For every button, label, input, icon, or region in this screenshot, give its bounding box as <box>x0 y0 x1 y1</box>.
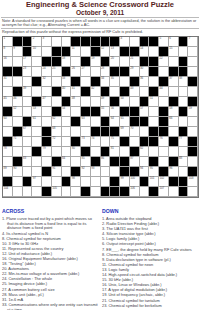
grid-cell[interactable] <box>13 57 23 67</box>
grid-cell[interactable]: 43 <box>130 87 140 97</box>
grid-cell[interactable]: 23 <box>23 67 33 77</box>
grid-cell[interactable] <box>130 97 140 107</box>
cell-number: 77 <box>179 137 182 140</box>
grid-cell[interactable]: 72 <box>52 137 62 147</box>
black-cell <box>71 117 81 127</box>
grid-cell[interactable] <box>42 177 52 187</box>
grid-cell[interactable] <box>169 187 179 197</box>
grid-cell[interactable]: 19 <box>91 57 101 67</box>
black-cell <box>149 67 159 77</box>
grid-cell[interactable]: 55 <box>101 107 111 117</box>
grid-cell[interactable] <box>169 87 179 97</box>
black-cell <box>130 107 140 117</box>
grid-cell[interactable] <box>71 157 81 167</box>
grid-cell[interactable]: 64 <box>110 117 120 127</box>
grid-cell[interactable]: 34 <box>101 77 111 87</box>
black-cell <box>149 57 159 67</box>
cell-number: 39 <box>23 87 26 90</box>
black-cell <box>42 127 52 137</box>
grid-cell[interactable]: 94 <box>140 167 150 177</box>
cell-number: 96 <box>169 167 172 170</box>
cell-number: 65 <box>121 117 124 120</box>
grid-cell[interactable]: 20 <box>110 57 120 67</box>
cell-number: 63 <box>82 117 85 120</box>
cell-number: 11 <box>72 47 75 50</box>
cell-number: 33 <box>62 77 65 80</box>
grid-cell[interactable] <box>42 107 52 117</box>
grid-cell[interactable]: 106 <box>130 187 140 197</box>
grid-cell[interactable]: 82 <box>140 147 150 157</box>
grid-cell[interactable] <box>32 127 42 137</box>
page-title: Engineering & Science Crossword Puzzle <box>0 1 200 9</box>
grid-cell[interactable] <box>23 137 33 147</box>
grid-cell[interactable] <box>71 187 81 197</box>
grid-cell[interactable] <box>188 157 198 167</box>
grid-cell[interactable] <box>32 157 42 167</box>
grid-cell[interactable] <box>81 97 91 107</box>
cell-number: 41 <box>72 87 75 90</box>
grid-cell[interactable]: 105 <box>52 187 62 197</box>
grid-cell[interactable]: 42 <box>91 87 101 97</box>
cell-number: 104 <box>4 187 8 190</box>
black-cell <box>32 147 42 157</box>
cell-number: 81 <box>111 147 114 150</box>
black-cell <box>42 167 52 177</box>
grid-cell[interactable]: 93 <box>91 167 101 177</box>
grid-cell[interactable] <box>179 97 189 107</box>
grid-cell[interactable] <box>91 117 101 127</box>
grid-cell[interactable] <box>120 57 130 67</box>
cell-number: 94 <box>140 167 143 170</box>
cell-number: 93 <box>91 167 94 170</box>
black-cell <box>110 187 120 197</box>
cell-number: 45 <box>4 97 7 100</box>
grid-cell[interactable]: 48 <box>71 97 81 107</box>
cell-number: 54 <box>62 107 65 110</box>
cell-number: 2 <box>33 37 34 40</box>
grid-cell[interactable]: 11 <box>71 47 81 57</box>
grid-cell[interactable] <box>130 37 140 47</box>
grid-cell[interactable]: 36 <box>140 77 150 87</box>
grid-cell[interactable] <box>91 187 101 197</box>
grid-cell[interactable]: 45 <box>3 97 13 107</box>
grid-cell[interactable]: 14 <box>140 47 150 57</box>
grid-cell[interactable] <box>179 167 189 177</box>
grid-cell[interactable] <box>188 127 198 137</box>
grid-cell[interactable] <box>188 87 198 97</box>
cell-number: 3 <box>43 37 44 40</box>
cell-number: 4 <box>121 37 122 40</box>
grid-cell[interactable]: 91 <box>52 167 62 177</box>
grid-cell[interactable] <box>62 167 72 177</box>
grid-cell[interactable] <box>101 137 111 147</box>
grid-cell[interactable] <box>91 147 101 157</box>
grid-cell[interactable] <box>62 117 72 127</box>
down-clue: 23. Chemical symbol for berkelium <box>102 304 198 309</box>
cell-number: 5 <box>160 37 161 40</box>
grid-cell[interactable] <box>13 117 23 127</box>
cell-number: 9 <box>13 47 14 50</box>
cell-number: 61 <box>33 117 36 120</box>
black-cell <box>52 47 62 57</box>
black-cell <box>13 67 23 77</box>
grid-cell[interactable] <box>13 187 23 197</box>
grid-cell[interactable]: 18 <box>62 57 72 67</box>
grid-cell[interactable]: 38 <box>179 77 189 87</box>
grid-cell[interactable]: 52 <box>13 107 23 117</box>
grid-cell[interactable]: 32 <box>42 77 52 87</box>
cell-number: 68 <box>52 127 55 130</box>
grid-cell[interactable] <box>3 127 13 137</box>
cell-number: 26 <box>72 67 75 70</box>
grid-cell[interactable]: 47 <box>42 97 52 107</box>
black-cell <box>101 117 111 127</box>
cell-number: 23 <box>23 67 26 70</box>
black-cell <box>149 187 159 197</box>
black-cell <box>179 187 189 197</box>
grid-cell[interactable]: 3 <box>42 37 52 47</box>
black-cell <box>101 127 111 137</box>
grid-cell[interactable]: 103 <box>188 177 198 187</box>
grid-cell[interactable]: 59 <box>188 107 198 117</box>
grid-cell[interactable]: 27 <box>81 67 91 77</box>
down-clue-list: 1. Area outside the stopband2. Radio Dir… <box>102 217 198 309</box>
crossword-grid: 1234567891011121314151617181920212223242… <box>2 36 199 198</box>
black-cell <box>62 177 72 187</box>
cell-number: 37 <box>169 77 172 80</box>
grid-cell[interactable] <box>32 67 42 77</box>
grid-cell[interactable]: 44 <box>159 87 169 97</box>
cell-number: 24 <box>43 67 46 70</box>
black-cell <box>188 77 198 87</box>
grid-cell[interactable] <box>62 137 72 147</box>
cell-number: 79 <box>43 147 46 150</box>
cell-number: 49 <box>101 97 104 100</box>
grid-cell[interactable] <box>91 67 101 77</box>
grid-cell[interactable]: 88 <box>179 157 189 167</box>
grid-cell[interactable] <box>62 37 72 47</box>
grid-cell[interactable]: 76 <box>159 137 169 147</box>
cell-number: 31 <box>4 77 7 80</box>
grid-cell[interactable] <box>42 157 52 167</box>
cell-number: 75 <box>111 137 114 140</box>
grid-cell[interactable] <box>188 67 198 77</box>
grid-cell[interactable]: 78 <box>3 147 13 157</box>
grid-cell[interactable] <box>149 47 159 57</box>
cell-number: 84 <box>62 157 65 160</box>
grid-cell[interactable] <box>169 57 179 67</box>
grid-cell[interactable]: 67 <box>23 127 33 137</box>
grid-cell[interactable] <box>159 97 169 107</box>
cell-number: 58 <box>169 107 172 110</box>
grid-cell[interactable]: 31 <box>3 77 13 87</box>
grid-cell[interactable]: 39 <box>23 87 33 97</box>
cell-number: 20 <box>111 57 114 60</box>
grid-cell[interactable] <box>130 137 140 147</box>
cell-number: 62 <box>52 117 55 120</box>
cell-number: 14 <box>140 47 143 50</box>
grid-cell[interactable]: 54 <box>62 107 72 117</box>
grid-cell[interactable] <box>32 57 42 67</box>
grid-cell[interactable] <box>23 167 33 177</box>
cell-number: 90 <box>13 167 16 170</box>
grid-cell[interactable] <box>32 137 42 147</box>
grid-cell[interactable]: 16 <box>3 57 13 67</box>
grid-cell[interactable] <box>81 77 91 87</box>
black-cell <box>120 187 130 197</box>
grid-cell[interactable]: 60 <box>3 117 13 127</box>
black-cell <box>140 177 150 187</box>
grid-cell[interactable] <box>62 187 72 197</box>
black-cell <box>179 37 189 47</box>
grid-cell[interactable] <box>120 147 130 157</box>
black-cell <box>169 177 179 187</box>
black-cell <box>149 137 159 147</box>
grid-cell[interactable]: 7 <box>188 37 198 47</box>
grid-cell[interactable] <box>188 117 198 127</box>
grid-cell[interactable]: 107 <box>159 187 169 197</box>
grid-cell[interactable]: 89 <box>3 167 13 177</box>
cell-number: 34 <box>101 77 104 80</box>
grid-cell[interactable] <box>188 187 198 197</box>
black-cell <box>179 57 189 67</box>
grid-cell[interactable]: 87 <box>130 157 140 167</box>
cell-number: 91 <box>52 167 55 170</box>
grid-cell[interactable]: 84 <box>62 157 72 167</box>
grid-cell[interactable] <box>140 87 150 97</box>
grid-cell[interactable]: 99 <box>120 177 130 187</box>
cell-number: 30 <box>140 67 143 70</box>
grid-cell[interactable]: 74 <box>91 137 101 147</box>
grid-cell[interactable]: 70 <box>130 127 140 137</box>
grid-cell[interactable] <box>159 157 169 167</box>
cell-number: 44 <box>160 87 163 90</box>
grid-cell[interactable]: 22 <box>159 57 169 67</box>
grid-cell[interactable]: 35 <box>110 77 120 87</box>
across-header: ACROSS <box>2 208 24 214</box>
cell-number: 64 <box>111 117 114 120</box>
cell-number: 80 <box>72 147 75 150</box>
grid-cell[interactable]: 5 <box>159 37 169 47</box>
cell-number: 106 <box>130 187 134 190</box>
cell-number: 32 <box>43 77 46 80</box>
grid-cell[interactable]: 57 <box>140 107 150 117</box>
cell-number: 1 <box>4 37 5 40</box>
grid-cell[interactable]: 77 <box>179 137 189 147</box>
across-clue: 33. Communications where only one entity… <box>2 303 98 310</box>
cell-number: 47 <box>43 97 46 100</box>
cell-number: 98 <box>72 177 75 180</box>
grid-cell[interactable]: 81 <box>110 147 120 157</box>
cell-number: 92 <box>82 167 85 170</box>
cell-number: 60 <box>4 117 7 120</box>
cell-number: 66 <box>169 117 172 120</box>
grid-cell[interactable]: 66 <box>169 117 179 127</box>
grid-cell[interactable] <box>52 147 62 157</box>
grid-cell[interactable]: 50 <box>120 97 130 107</box>
black-cell <box>120 47 130 57</box>
grid-cell[interactable]: 98 <box>71 177 81 187</box>
grid-cell[interactable] <box>52 77 62 87</box>
grid-cell[interactable] <box>179 87 189 97</box>
cell-number: 12 <box>101 47 104 50</box>
cell-number: 10 <box>33 47 36 50</box>
grid-cell[interactable]: 29 <box>130 67 140 77</box>
cell-number: 29 <box>130 67 133 70</box>
grid-cell[interactable]: 80 <box>71 147 81 157</box>
grid-cell[interactable] <box>52 37 62 47</box>
cell-number: 86 <box>101 157 104 160</box>
cell-number: 42 <box>91 87 94 90</box>
grid-cell[interactable] <box>149 117 159 127</box>
cell-number: 50 <box>121 97 124 100</box>
grid-cell[interactable]: 90 <box>13 167 23 177</box>
black-cell <box>110 157 120 167</box>
cell-number: 76 <box>160 137 163 140</box>
grid-cell[interactable] <box>71 127 81 137</box>
grid-cell[interactable] <box>149 107 159 117</box>
grid-cell[interactable] <box>52 97 62 107</box>
grid-cell[interactable]: 83 <box>23 157 33 167</box>
grid-cell[interactable]: 61 <box>32 117 42 127</box>
grid-cell[interactable]: 4 <box>120 37 130 47</box>
cell-number: 71 <box>13 137 16 140</box>
cell-number: 7 <box>189 37 190 40</box>
cell-number: 8 <box>4 47 5 50</box>
grid-cell[interactable] <box>13 77 23 87</box>
cell-number: 6 <box>169 37 170 40</box>
cell-number: 102 <box>160 177 164 180</box>
grid-cell[interactable] <box>179 117 189 127</box>
grid-cell[interactable]: 71 <box>13 137 23 147</box>
note-text: Note: A standard for crossword puzzles i… <box>2 19 198 28</box>
cell-number: 78 <box>4 147 7 150</box>
grid-cell[interactable]: 37 <box>169 77 179 87</box>
cell-number: 88 <box>179 157 182 160</box>
grid-cell[interactable] <box>188 47 198 57</box>
grid-cell[interactable]: 10 <box>32 47 42 57</box>
grid-cell[interactable]: 9 <box>13 47 23 57</box>
grid-cell[interactable]: 92 <box>81 167 91 177</box>
cell-number: 28 <box>101 67 104 70</box>
black-cell <box>42 187 52 197</box>
black-cell <box>52 87 62 97</box>
grid-cell[interactable]: 79 <box>42 147 52 157</box>
grid-cell[interactable] <box>140 187 150 197</box>
black-cell <box>91 37 101 47</box>
cell-number: 40 <box>62 87 65 90</box>
cell-number: 36 <box>140 77 143 80</box>
cell-number: 83 <box>23 157 26 160</box>
black-cell <box>188 147 198 157</box>
black-cell <box>179 177 189 187</box>
grid-cell[interactable] <box>91 177 101 187</box>
grid-cell[interactable] <box>91 97 101 107</box>
cell-number: 74 <box>91 137 94 140</box>
grid-cell[interactable] <box>62 127 72 137</box>
grid-cell[interactable] <box>23 187 33 197</box>
black-cell <box>32 77 42 87</box>
copyright-text: Reproduction of this puzzle without the … <box>2 30 198 35</box>
grid-cell[interactable] <box>159 67 169 77</box>
grid-cell[interactable] <box>159 147 169 157</box>
grid-cell[interactable]: 97 <box>32 177 42 187</box>
grid-cell[interactable] <box>13 147 23 157</box>
across-clue: 1. Plane curve traced out by a point whi… <box>2 217 98 231</box>
grid-cell[interactable] <box>110 167 120 177</box>
grid-cell[interactable]: 96 <box>169 167 179 177</box>
black-cell <box>159 117 169 127</box>
black-cell <box>81 87 91 97</box>
grid-cell[interactable]: 26 <box>71 67 81 77</box>
grid-cell[interactable] <box>23 107 33 117</box>
grid-cell[interactable]: 15 <box>169 47 179 57</box>
cell-number: 105 <box>52 187 56 190</box>
grid-cell[interactable] <box>169 127 179 137</box>
grid-cell[interactable] <box>110 87 120 97</box>
grid-cell[interactable] <box>179 47 189 57</box>
black-cell <box>140 117 150 127</box>
grid-cell[interactable] <box>32 87 42 97</box>
grid-cell[interactable]: 63 <box>81 117 91 127</box>
grid-cell[interactable]: 86 <box>101 157 111 167</box>
cell-number: 13 <box>111 47 114 50</box>
grid-cell[interactable]: 51 <box>149 97 159 107</box>
grid-cell[interactable]: 101 <box>149 177 159 187</box>
cell-number: 69 <box>121 127 124 130</box>
grid-cell[interactable] <box>81 47 91 57</box>
black-cell <box>149 127 159 137</box>
grid-cell[interactable] <box>169 147 179 157</box>
grid-cell[interactable]: 25 <box>52 67 62 77</box>
grid-cell[interactable]: 40 <box>62 87 72 97</box>
black-cell <box>81 37 91 47</box>
cell-number: 99 <box>121 177 124 180</box>
cell-number: 38 <box>179 77 182 80</box>
grid-cell[interactable] <box>149 147 159 157</box>
cell-number: 89 <box>4 167 7 170</box>
cell-number: 48 <box>72 97 75 100</box>
cell-number: 22 <box>160 57 163 60</box>
grid-cell[interactable] <box>140 127 150 137</box>
grid-cell[interactable] <box>101 177 111 187</box>
black-cell <box>91 107 101 117</box>
cell-number: 52 <box>13 107 16 110</box>
cell-number: 46 <box>13 97 16 100</box>
grid-cell[interactable] <box>120 77 130 87</box>
black-cell <box>159 107 169 117</box>
grid-cell[interactable] <box>81 177 91 187</box>
grid-cell[interactable] <box>71 107 81 117</box>
grid-cell[interactable] <box>42 47 52 57</box>
grid-cell[interactable]: 69 <box>120 127 130 137</box>
grid-cell[interactable] <box>23 97 33 107</box>
cell-number: 59 <box>189 107 192 110</box>
cell-number: 87 <box>130 157 133 160</box>
grid-cell[interactable] <box>149 77 159 87</box>
grid-cell[interactable] <box>101 167 111 177</box>
grid-cell[interactable]: 12 <box>101 47 111 57</box>
grid-cell[interactable]: 104 <box>3 187 13 197</box>
grid-cell[interactable] <box>13 177 23 187</box>
cell-number: 72 <box>52 137 55 140</box>
grid-cell[interactable] <box>42 117 52 127</box>
black-cell <box>169 137 179 147</box>
grid-cell[interactable]: 73 <box>81 137 91 147</box>
grid-cell[interactable] <box>188 57 198 67</box>
grid-cell[interactable] <box>32 187 42 197</box>
cell-number: 85 <box>82 157 85 160</box>
